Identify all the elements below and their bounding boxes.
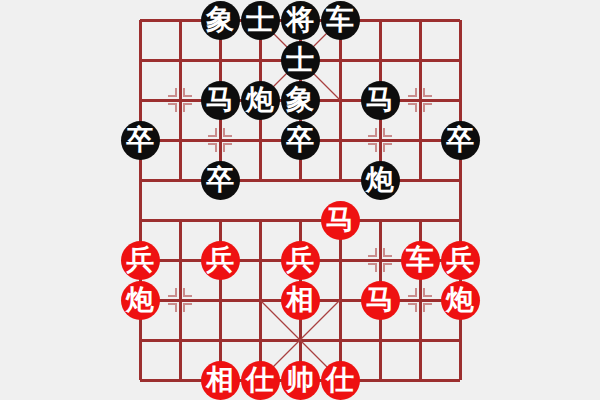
red-cannon[interactable]: 炮 — [441, 281, 480, 320]
black-soldier[interactable]: 卒 — [441, 121, 480, 160]
black-soldier[interactable]: 卒 — [281, 121, 320, 160]
red-soldier[interactable]: 兵 — [121, 241, 160, 280]
black-advisor[interactable]: 士 — [241, 1, 280, 40]
xiangqi-board-screenshot: 象士将车士马炮象马卒卒卒卒炮马兵兵兵车兵炮相马炮相仕帅仕 — [0, 0, 600, 400]
red-elephant[interactable]: 相 — [201, 361, 240, 400]
red-general[interactable]: 帅 — [281, 361, 320, 400]
red-advisor[interactable]: 仕 — [241, 361, 280, 400]
black-cannon[interactable]: 炮 — [361, 161, 400, 200]
red-horse[interactable]: 马 — [361, 281, 400, 320]
xiangqi-board[interactable]: 象士将车士马炮象马卒卒卒卒炮马兵兵兵车兵炮相马炮相仕帅仕 — [120, 0, 480, 400]
black-horse[interactable]: 马 — [201, 81, 240, 120]
black-cannon[interactable]: 炮 — [241, 81, 280, 120]
black-soldier[interactable]: 卒 — [201, 161, 240, 200]
black-advisor[interactable]: 士 — [281, 41, 320, 80]
black-soldier[interactable]: 卒 — [121, 121, 160, 160]
red-chariot[interactable]: 车 — [401, 241, 440, 280]
red-soldier[interactable]: 兵 — [441, 241, 480, 280]
black-chariot[interactable]: 车 — [321, 1, 360, 40]
red-cannon[interactable]: 炮 — [121, 281, 160, 320]
black-general[interactable]: 将 — [281, 1, 320, 40]
black-elephant[interactable]: 象 — [281, 81, 320, 120]
black-horse[interactable]: 马 — [361, 81, 400, 120]
red-soldier[interactable]: 兵 — [281, 241, 320, 280]
red-elephant[interactable]: 相 — [281, 281, 320, 320]
red-horse[interactable]: 马 — [321, 201, 360, 240]
red-soldier[interactable]: 兵 — [201, 241, 240, 280]
black-elephant[interactable]: 象 — [201, 1, 240, 40]
red-advisor[interactable]: 仕 — [321, 361, 360, 400]
